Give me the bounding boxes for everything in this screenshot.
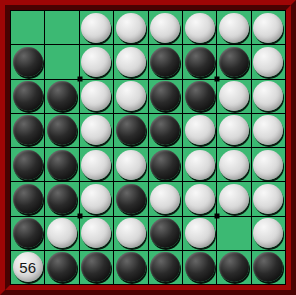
black-disc	[150, 150, 180, 180]
white-disc	[185, 115, 215, 145]
black-disc	[185, 47, 215, 77]
black-disc	[116, 115, 146, 145]
cell-d3	[114, 80, 147, 113]
cell-d6	[114, 182, 147, 215]
cell-g6	[217, 182, 250, 215]
white-disc	[253, 47, 283, 77]
cell-a7	[11, 217, 44, 250]
cell-f8	[183, 251, 216, 284]
cell-h7	[252, 217, 285, 250]
cell-e5	[149, 148, 182, 181]
black-disc	[47, 252, 77, 282]
white-disc	[81, 115, 111, 145]
cell-c3	[80, 80, 113, 113]
star-point-f6	[214, 213, 219, 218]
cell-d5	[114, 148, 147, 181]
cell-f7	[183, 217, 216, 250]
cell-c8	[80, 251, 113, 284]
cell-d8	[114, 251, 147, 284]
white-disc	[253, 184, 283, 214]
black-disc	[116, 252, 146, 282]
star-point-c6	[77, 213, 82, 218]
cell-e8	[149, 251, 182, 284]
white-disc	[81, 47, 111, 77]
white-disc	[81, 81, 111, 111]
cell-e7	[149, 217, 182, 250]
cell-b4	[45, 114, 78, 147]
cell-h1	[252, 11, 285, 44]
white-disc	[253, 81, 283, 111]
cell-h2	[252, 45, 285, 78]
white-disc	[185, 184, 215, 214]
cell-d7	[114, 217, 147, 250]
white-disc	[116, 81, 146, 111]
last-move-disc: 56	[13, 252, 43, 282]
white-disc	[253, 115, 283, 145]
cell-b2[interactable]	[45, 45, 78, 78]
cell-a3	[11, 80, 44, 113]
cell-b1[interactable]	[45, 11, 78, 44]
cell-e4	[149, 114, 182, 147]
cell-g8	[217, 251, 250, 284]
star-point-f3	[214, 77, 219, 82]
board-frame: 56	[0, 0, 296, 295]
cell-h3	[252, 80, 285, 113]
cell-a8: 56	[11, 251, 44, 284]
black-disc	[47, 150, 77, 180]
white-disc	[81, 150, 111, 180]
cell-d1	[114, 11, 147, 44]
white-disc	[185, 218, 215, 248]
cell-g7[interactable]	[217, 217, 250, 250]
white-disc	[219, 81, 249, 111]
cell-c6	[80, 182, 113, 215]
cell-g3	[217, 80, 250, 113]
othello-board: 56	[10, 10, 286, 285]
black-disc	[219, 252, 249, 282]
cell-e1	[149, 11, 182, 44]
black-disc	[81, 252, 111, 282]
cell-h6	[252, 182, 285, 215]
black-disc	[47, 184, 77, 214]
cell-f5	[183, 148, 216, 181]
black-disc	[150, 218, 180, 248]
cell-c4	[80, 114, 113, 147]
black-disc	[13, 81, 43, 111]
cell-h8	[252, 251, 285, 284]
cell-e6	[149, 182, 182, 215]
white-disc	[219, 150, 249, 180]
black-disc	[13, 47, 43, 77]
cell-b6	[45, 182, 78, 215]
cell-h4	[252, 114, 285, 147]
black-disc	[185, 252, 215, 282]
black-disc	[13, 218, 43, 248]
white-disc	[150, 184, 180, 214]
white-disc	[185, 150, 215, 180]
cell-b3	[45, 80, 78, 113]
white-disc	[253, 13, 283, 43]
black-disc	[219, 47, 249, 77]
cell-f1	[183, 11, 216, 44]
cell-f3	[183, 80, 216, 113]
white-disc	[253, 218, 283, 248]
black-disc	[150, 252, 180, 282]
white-disc	[47, 218, 77, 248]
cell-c2	[80, 45, 113, 78]
black-disc	[13, 184, 43, 214]
cell-e3	[149, 80, 182, 113]
black-disc	[116, 184, 146, 214]
cell-a6	[11, 182, 44, 215]
cell-f2	[183, 45, 216, 78]
white-disc	[219, 184, 249, 214]
cell-c1	[80, 11, 113, 44]
cell-f4	[183, 114, 216, 147]
white-disc	[219, 115, 249, 145]
black-disc	[47, 81, 77, 111]
white-disc	[150, 13, 180, 43]
cell-g5	[217, 148, 250, 181]
white-disc	[81, 218, 111, 248]
black-disc	[150, 81, 180, 111]
cell-f6	[183, 182, 216, 215]
white-disc	[116, 13, 146, 43]
white-disc	[81, 13, 111, 43]
cell-a4	[11, 114, 44, 147]
white-disc	[116, 47, 146, 77]
cell-c7	[80, 217, 113, 250]
cell-a5	[11, 148, 44, 181]
black-disc	[150, 47, 180, 77]
black-disc	[13, 150, 43, 180]
cell-a1[interactable]	[11, 11, 44, 44]
cell-b7	[45, 217, 78, 250]
cell-g4	[217, 114, 250, 147]
cell-c5	[80, 148, 113, 181]
cell-g2	[217, 45, 250, 78]
black-disc	[13, 115, 43, 145]
white-disc	[116, 218, 146, 248]
cell-b5	[45, 148, 78, 181]
white-disc	[219, 13, 249, 43]
cell-d2	[114, 45, 147, 78]
star-point-c3	[77, 77, 82, 82]
black-disc	[150, 115, 180, 145]
black-disc	[47, 115, 77, 145]
white-disc	[116, 150, 146, 180]
white-disc	[185, 13, 215, 43]
cell-a2	[11, 45, 44, 78]
black-disc	[253, 252, 283, 282]
cell-e2	[149, 45, 182, 78]
cell-d4	[114, 114, 147, 147]
cell-g1	[217, 11, 250, 44]
cell-h5	[252, 148, 285, 181]
white-disc	[81, 184, 111, 214]
black-disc	[185, 81, 215, 111]
cell-b8	[45, 251, 78, 284]
white-disc	[253, 150, 283, 180]
